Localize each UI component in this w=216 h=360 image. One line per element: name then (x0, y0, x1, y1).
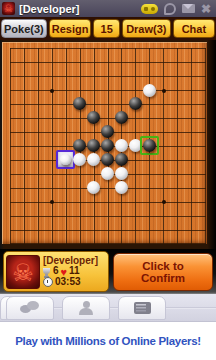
clock-icon (43, 277, 53, 287)
grid-line-h (10, 216, 206, 217)
gomoku-board[interactable] (0, 40, 216, 249)
stone-white (115, 181, 128, 194)
person-icon (79, 301, 93, 315)
confirm-button[interactable]: Click to Confirm (113, 253, 213, 291)
poke-button[interactable]: Poke(3) (1, 19, 47, 38)
grid-line-h (10, 230, 206, 231)
player-strip: ☠ [Developer] 6 ♥ 11 03:53 Click to Conf… (0, 249, 216, 294)
resign-button[interactable]: Resign (49, 19, 92, 38)
tab-chat[interactable] (6, 296, 54, 320)
player-avatar-icon: ☠ (2, 2, 15, 15)
grid-line-h (10, 243, 206, 244)
chat-icon (20, 301, 40, 315)
grid-line-v (191, 48, 192, 244)
gamepad-icon[interactable] (141, 4, 158, 14)
tab-profile[interactable] (62, 296, 110, 320)
clock-time: 03:53 (55, 277, 81, 288)
draw-button[interactable]: Draw(3) (122, 19, 171, 38)
chat-button[interactable]: Chat (173, 19, 215, 38)
move-counter-button[interactable]: 15 (93, 19, 119, 38)
chat-bubble-icon[interactable] (164, 3, 176, 15)
stone-white (143, 84, 156, 97)
menu-bar: Poke(3) Resign 15 Draw(3) Chat (0, 17, 216, 40)
mail-icon[interactable] (182, 4, 195, 13)
player-avatar: ☠ (6, 255, 40, 289)
star-point (50, 89, 54, 93)
player-panel: ☠ [Developer] 6 ♥ 11 03:53 (3, 251, 109, 292)
bottom-toolbar (0, 294, 216, 322)
title-bar-icons: ✖ (141, 3, 211, 15)
card-icon (134, 302, 151, 314)
close-icon[interactable]: ✖ (201, 4, 211, 14)
heart-icon: ♥ (61, 267, 68, 277)
star-point (162, 200, 166, 204)
game-window: ☠ [Developer] ✖ Poke(3) Resign 15 Draw(3… (0, 0, 216, 360)
ad-text: Play with Millions of Online Players! (15, 335, 201, 347)
player-clock-row: 03:53 (43, 277, 98, 288)
star-point (162, 89, 166, 93)
player-info: [Developer] 6 ♥ 11 03:53 (43, 256, 98, 288)
tab-cards[interactable] (118, 296, 166, 320)
title-bar: ☠ [Developer] ✖ (0, 0, 216, 17)
grid-line-v (205, 48, 206, 244)
trophy-icon (43, 268, 50, 274)
ad-banner[interactable]: Play with Millions of Online Players! (0, 322, 216, 360)
window-title: [Developer] (19, 3, 141, 15)
